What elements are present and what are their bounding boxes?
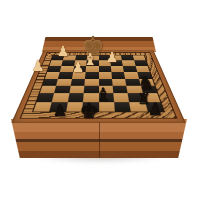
- piece-black-pawn-h3: ♟: [147, 101, 162, 118]
- piece-black-king-d4: ♚: [80, 101, 99, 122]
- chess-set-photo: Product photo of a wooden folding chess …: [0, 0, 200, 200]
- piece-white-bishop-e7: ♝: [83, 52, 97, 68]
- piece-white-pawn-f7: ♟: [106, 50, 119, 64]
- piece-white-pawn-d6: ♟: [72, 60, 85, 74]
- pieces-layer: ♚♟♝♟♟♟♝♞♚♟♜♟: [0, 0, 200, 200]
- piece-white-pawn-c8: ♟: [57, 44, 70, 58]
- piece-white-pawn-a6: ♟: [31, 59, 44, 74]
- piece-black-pawn-b4: ♟: [53, 103, 67, 119]
